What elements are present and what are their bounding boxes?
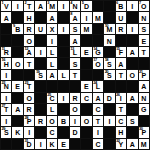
cell-letter: O <box>15 61 20 68</box>
clue-number: 12 <box>24 47 27 51</box>
block-cell-r10c12 <box>127 104 137 114</box>
cell-r12c3[interactable]: I <box>24 127 34 137</box>
cell-letter: T <box>96 118 100 125</box>
cell-letter: A <box>50 15 55 22</box>
block-cell-r8c6 <box>58 81 68 91</box>
cell-letter: T <box>119 72 123 79</box>
cell-letter: X <box>50 26 55 33</box>
cell-r10c11[interactable]: T <box>116 104 126 114</box>
cell-letter: S <box>73 26 78 33</box>
cell-r6c1[interactable]: 16H <box>1 58 11 68</box>
cell-r2c9[interactable]: M <box>93 12 103 22</box>
cell-r5c11[interactable]: 15F <box>116 47 126 57</box>
cell-letter: I <box>63 3 65 10</box>
cell-r9c8[interactable]: C <box>81 93 91 103</box>
clue-number: 14 <box>93 47 96 51</box>
cell-r13c13[interactable]: M <box>139 139 149 149</box>
block-cell-r2c12 <box>127 12 137 22</box>
cell-r11c7[interactable]: I <box>70 116 80 126</box>
cell-r11c6[interactable]: B <box>58 116 68 126</box>
cell-letter: I <box>120 95 122 102</box>
cell-letter: E <box>61 141 66 148</box>
cell-r7c1[interactable]: I <box>1 70 11 80</box>
cell-r1c4[interactable]: A <box>35 1 45 11</box>
block-cell-r8c12 <box>127 81 137 91</box>
cell-r8c13[interactable]: A <box>139 81 149 91</box>
cell-letter: T <box>27 61 31 68</box>
cell-r13c3[interactable]: 31D <box>24 139 34 149</box>
cell-letter: K <box>15 129 20 136</box>
cell-r7c10[interactable]: 20S <box>104 70 114 80</box>
clue-number: 9 <box>13 24 15 28</box>
cell-letter: A <box>130 95 135 102</box>
cell-r12c7[interactable]: D <box>70 127 80 137</box>
cell-r3c3[interactable]: R <box>24 24 34 34</box>
clue-number: 4 <box>70 1 72 5</box>
block-cell-r13c2 <box>12 139 22 149</box>
clue-number: 31 <box>24 139 27 143</box>
cell-r3c11[interactable]: R <box>116 24 126 34</box>
cell-letter: R <box>38 118 43 125</box>
cell-r10c3[interactable]: R <box>24 104 34 114</box>
cell-letter: U <box>118 15 123 22</box>
clue-number: 27 <box>2 104 5 108</box>
cell-r4c3[interactable]: O <box>24 35 34 45</box>
cell-r6c9[interactable]: 17O <box>93 58 103 68</box>
cell-letter: A <box>141 83 146 90</box>
block-cell-r2c6 <box>58 12 68 22</box>
cell-letter: I <box>40 49 42 56</box>
cell-r5c12[interactable]: A <box>127 47 137 57</box>
cell-letter: B <box>15 26 20 33</box>
block-cell-r13c8 <box>81 139 91 149</box>
cell-r6c3[interactable]: T <box>24 58 34 68</box>
cell-letter: R <box>27 26 32 33</box>
cell-letter: I <box>40 141 42 148</box>
cell-r4c10[interactable]: N <box>104 35 114 45</box>
cell-letter: I <box>17 3 19 10</box>
block-cell-r7c8 <box>81 70 91 80</box>
cell-letter: I <box>131 3 133 10</box>
cell-r10c5[interactable]: L <box>47 104 57 114</box>
cell-r10c13[interactable]: G <box>139 104 149 114</box>
cell-letter: B <box>61 118 66 125</box>
cell-letter: A <box>72 38 77 45</box>
block-cell-r4c9 <box>93 35 103 45</box>
clue-number: 11 <box>2 47 5 51</box>
cell-r11c11[interactable]: C <box>116 116 126 126</box>
block-cell-r12c12 <box>127 127 137 137</box>
block-cell-r3c1 <box>1 24 11 34</box>
clue-number: 29 <box>2 127 5 131</box>
cell-letter: A <box>50 72 55 79</box>
cell-letter: M <box>95 15 101 22</box>
cell-r1c11[interactable]: 6B <box>116 1 126 11</box>
cell-r11c3[interactable]: 28P <box>24 116 34 126</box>
clue-number: 17 <box>93 58 96 62</box>
cell-r3c7[interactable]: S <box>70 24 80 34</box>
block-cell-r12c6 <box>58 127 68 137</box>
cell-r5c7[interactable]: 13L <box>70 47 80 57</box>
clue-number: 28 <box>24 116 27 120</box>
cell-r9c10[interactable]: D <box>104 93 114 103</box>
block-cell-r10c8 <box>81 104 91 114</box>
cell-r13c12[interactable]: A <box>127 139 137 149</box>
cell-r1c7[interactable]: 4N <box>70 1 80 11</box>
cell-letter: A <box>15 106 20 113</box>
cell-r9c12[interactable]: A <box>127 93 137 103</box>
clue-number: 23 <box>24 81 27 85</box>
cell-letter: T <box>73 72 77 79</box>
clue-number: 7 <box>139 1 141 5</box>
cell-r7c13[interactable]: 21P <box>139 70 149 80</box>
block-cell-r12c8 <box>81 127 91 137</box>
cell-r10c2[interactable]: A <box>12 104 22 114</box>
cell-r3c12[interactable]: I <box>127 24 137 34</box>
block-cell-r8c10 <box>104 81 114 91</box>
cell-r4c13[interactable]: E <box>139 35 149 45</box>
cell-letter: A <box>130 49 135 56</box>
cell-r12c11[interactable]: H <box>116 127 126 137</box>
cell-letter: O <box>72 106 77 113</box>
cell-r6c5[interactable]: L <box>47 58 57 68</box>
cell-letter: N <box>141 15 146 22</box>
cell-letter: I <box>131 26 133 33</box>
clue-number: 15 <box>116 47 119 51</box>
block-cell-r5c6 <box>58 47 68 57</box>
clue-number: 6 <box>116 1 118 5</box>
cell-r2c7[interactable]: 8A <box>70 12 80 22</box>
cell-letter: L <box>50 61 54 68</box>
cell-r11c4[interactable]: R <box>35 116 45 126</box>
crossword-grid: 1VI2TA3MI4N5D6BI7OAHA8AIMUN9BRUXISM10MRI… <box>0 0 150 150</box>
cell-r10c9[interactable]: C <box>93 104 103 114</box>
cell-r3c4[interactable]: U <box>35 24 45 34</box>
cell-letter: O <box>26 95 31 102</box>
block-cell-r5c10 <box>104 47 114 57</box>
cell-r4c7[interactable]: A <box>70 35 80 45</box>
clue-number: 10 <box>105 24 108 28</box>
cell-r5c5[interactable]: L <box>47 47 57 57</box>
cell-letter: C <box>84 95 89 102</box>
cell-letter: D <box>107 95 112 102</box>
block-cell-r10c6 <box>58 104 68 114</box>
cell-r9c3[interactable]: O <box>24 93 34 103</box>
cell-r6c10[interactable]: 18S <box>104 58 114 68</box>
block-cell-r13c1 <box>1 139 11 149</box>
cell-r8c9[interactable]: 24L <box>93 81 103 91</box>
cell-r11c12[interactable]: S <box>127 116 137 126</box>
cell-letter: T <box>142 49 146 56</box>
cell-r2c8[interactable]: I <box>81 12 91 22</box>
cell-r2c3[interactable]: H <box>24 12 34 22</box>
cell-letter: E <box>15 83 20 90</box>
cell-r12c13[interactable]: 30P <box>139 127 149 137</box>
cell-r7c7[interactable]: T <box>70 70 80 80</box>
cell-letter: S <box>141 26 146 33</box>
cell-letter: I <box>51 38 53 45</box>
cell-r8c3[interactable]: 23T <box>24 81 34 91</box>
cell-r1c12[interactable]: I <box>127 1 137 11</box>
cell-letter: H <box>27 15 32 22</box>
block-cell-r5c2 <box>12 47 22 57</box>
cell-letter: I <box>63 26 65 33</box>
cell-letter: E <box>84 83 89 90</box>
clue-number: 1 <box>2 1 4 5</box>
cell-letter: D <box>84 3 89 10</box>
cell-letter: R <box>72 95 77 102</box>
block-cell-r2c4 <box>35 12 45 22</box>
cell-letter: O <box>26 38 31 45</box>
cell-letter: A <box>118 61 123 68</box>
cell-r1c5[interactable]: 3M <box>47 1 57 11</box>
cell-r7c5[interactable]: A <box>47 70 57 80</box>
cell-letter: C <box>95 141 100 148</box>
clue-number: 2 <box>24 1 26 5</box>
cell-letter: O <box>84 118 89 125</box>
block-cell-r8c7 <box>70 81 80 91</box>
cell-r1c1[interactable]: 1V <box>1 1 11 11</box>
block-cell-r11c13 <box>139 116 149 126</box>
clue-number: 20 <box>105 70 108 74</box>
cell-letter: C <box>118 118 123 125</box>
cell-r5c13[interactable]: T <box>139 47 149 57</box>
clue-number: 19 <box>36 70 39 74</box>
clue-number: 5 <box>82 1 84 5</box>
cell-r1c3[interactable]: 2T <box>24 1 34 11</box>
cell-letter: L <box>50 49 54 56</box>
cell-r3c8[interactable]: M <box>81 24 91 34</box>
cell-letter: I <box>74 118 76 125</box>
cell-r13c9[interactable]: C <box>93 139 103 149</box>
block-cell-r7c9 <box>93 70 103 80</box>
cell-r9c1[interactable]: I <box>1 93 11 103</box>
cell-r10c7[interactable]: O <box>70 104 80 114</box>
block-cell-r4c1 <box>1 35 11 45</box>
cell-r1c6[interactable]: I <box>58 1 68 11</box>
cell-letter: N <box>72 3 77 10</box>
cell-r3c5[interactable]: X <box>47 24 57 34</box>
cell-r3c2[interactable]: 9B <box>12 24 22 34</box>
cell-r8c8[interactable]: E <box>81 81 91 91</box>
cell-letter: B <box>118 3 123 10</box>
clue-number: 25 <box>47 93 50 97</box>
block-cell-r2c10 <box>104 12 114 22</box>
clue-number: 24 <box>93 81 96 85</box>
cell-letter: O <box>141 3 146 10</box>
cell-r12c2[interactable]: K <box>12 127 22 137</box>
cell-r7c6[interactable]: L <box>58 70 68 80</box>
cell-letter: R <box>118 26 123 33</box>
cell-letter: K <box>50 141 55 148</box>
cell-letter: S <box>130 118 135 125</box>
block-cell-r4c2 <box>12 35 22 45</box>
cell-letter: G <box>141 106 146 113</box>
clue-number: 21 <box>139 70 142 74</box>
cell-r5c4[interactable]: I <box>35 47 45 57</box>
cell-r11c9[interactable]: T <box>93 116 103 126</box>
cell-r5c3[interactable]: 12A <box>24 47 34 57</box>
cell-letter: I <box>5 95 7 102</box>
block-cell-r4c4 <box>35 35 45 45</box>
block-cell-r8c5 <box>47 81 57 91</box>
clue-number: 30 <box>139 127 142 131</box>
block-cell-r2c2 <box>12 12 22 22</box>
cell-letter: D <box>72 129 77 136</box>
cell-letter: I <box>5 72 7 79</box>
cell-letter: L <box>61 72 65 79</box>
cell-letter: U <box>38 26 43 33</box>
clue-number: 8 <box>70 12 72 16</box>
clue-number: 13 <box>70 47 73 51</box>
cell-letter: O <box>130 72 135 79</box>
cell-r3c10[interactable]: 10M <box>104 24 114 34</box>
cell-r9c7[interactable]: R <box>70 93 80 103</box>
cell-letter: C <box>50 129 55 136</box>
block-cell-r6c13 <box>139 58 149 68</box>
cell-r8c2[interactable]: E <box>12 81 22 91</box>
block-cell-r6c6 <box>58 58 68 68</box>
cell-r10c1[interactable]: 27T <box>1 104 11 114</box>
cell-r1c8[interactable]: 5D <box>81 1 91 11</box>
cell-letter: R <box>27 106 32 113</box>
cell-letter: E <box>84 49 89 56</box>
cell-letter: A <box>4 15 9 22</box>
cell-r3c13[interactable]: S <box>139 24 149 34</box>
cell-letter: T <box>119 106 123 113</box>
block-cell-r13c10 <box>104 139 114 149</box>
block-cell-r10c10 <box>104 104 114 114</box>
block-cell-r1c9 <box>93 1 103 11</box>
clue-number: 26 <box>116 93 119 97</box>
block-cell-r11c2 <box>12 116 22 126</box>
cell-r11c10[interactable]: I <box>104 116 114 126</box>
cell-r6c7[interactable]: S <box>70 58 80 68</box>
cell-r7c12[interactable]: O <box>127 70 137 80</box>
cell-letter: M <box>141 141 147 148</box>
block-cell-r9c4 <box>35 93 45 103</box>
cell-r1c13[interactable]: 7O <box>139 1 149 11</box>
cell-letter: M <box>84 26 90 33</box>
block-cell-r10c4 <box>35 104 45 114</box>
cell-r5c1[interactable]: 11R <box>1 47 11 57</box>
cell-letter: A <box>38 3 43 10</box>
cell-r9c6[interactable]: I <box>58 93 68 103</box>
block-cell-r8c11 <box>116 81 126 91</box>
block-cell-r4c6 <box>58 35 68 45</box>
cell-r11c5[interactable]: O <box>47 116 57 126</box>
block-cell-r1c10 <box>104 1 114 11</box>
cell-r2c5[interactable]: A <box>47 12 57 22</box>
block-cell-r7c2 <box>12 70 22 80</box>
block-cell-r4c8 <box>81 35 91 45</box>
block-cell-r8c4 <box>35 81 45 91</box>
cell-r13c4[interactable]: I <box>35 139 45 149</box>
cell-letter: O <box>49 118 54 125</box>
block-cell-r7c3 <box>24 70 34 80</box>
clue-number: 3 <box>47 1 49 5</box>
cell-r9c5[interactable]: 25C <box>47 93 57 103</box>
cell-r9c11[interactable]: 26I <box>116 93 126 103</box>
cell-letter: L <box>50 106 54 113</box>
block-cell-r12c4 <box>35 127 45 137</box>
clue-number: 16 <box>2 58 5 62</box>
cell-r11c1[interactable]: I <box>1 116 11 126</box>
cell-r13c5[interactable]: K <box>47 139 57 149</box>
cell-letter: I <box>97 129 99 136</box>
clue-number: 18 <box>105 58 108 62</box>
block-cell-r13c7 <box>70 139 80 149</box>
cell-r2c1[interactable]: A <box>1 12 11 22</box>
cell-r11c8[interactable]: O <box>81 116 91 126</box>
cell-letter: C <box>95 106 100 113</box>
cell-r7c4[interactable]: 19S <box>35 70 45 80</box>
cell-letter: I <box>63 95 65 102</box>
block-cell-r9c2 <box>12 93 22 103</box>
cell-r1c2[interactable]: I <box>12 1 22 11</box>
cell-r7c11[interactable]: T <box>116 70 126 80</box>
cell-r2c11[interactable]: U <box>116 12 126 22</box>
cell-r12c9[interactable]: I <box>93 127 103 137</box>
cell-r2c13[interactable]: N <box>139 12 149 22</box>
cell-r13c11[interactable]: 32Y <box>116 139 126 149</box>
cell-r5c9[interactable]: 14G <box>93 47 103 57</box>
cell-r12c5[interactable]: C <box>47 127 57 137</box>
cell-letter: M <box>49 3 55 10</box>
block-cell-r4c12 <box>127 35 137 45</box>
cell-r9c9[interactable]: A <box>93 93 103 103</box>
clue-number: 22 <box>2 81 5 85</box>
cell-r6c11[interactable]: A <box>116 58 126 68</box>
cell-r8c1[interactable]: 22N <box>1 81 11 91</box>
clue-number: 32 <box>116 139 119 143</box>
cell-letter: T <box>27 3 31 10</box>
block-cell-r6c8 <box>81 58 91 68</box>
block-cell-r12c10 <box>104 127 114 137</box>
cell-letter: I <box>108 118 110 125</box>
cell-letter: I <box>85 15 87 22</box>
cell-r4c5[interactable]: I <box>47 35 57 45</box>
cell-letter: A <box>130 141 135 148</box>
block-cell-r6c4 <box>35 58 45 68</box>
cell-letter: I <box>28 129 30 136</box>
cell-r6c2[interactable]: O <box>12 58 22 68</box>
cell-letter: I <box>5 118 7 125</box>
cell-letter: A <box>72 15 77 22</box>
cell-letter: S <box>73 61 78 68</box>
cell-r3c6[interactable]: I <box>58 24 68 34</box>
cell-letter: A <box>95 95 100 102</box>
block-cell-r3c9 <box>93 24 103 34</box>
cell-letter: V <box>4 3 9 10</box>
cell-r5c8[interactable]: E <box>81 47 91 57</box>
cell-r12c1[interactable]: 29S <box>1 127 11 137</box>
cell-letter: N <box>107 38 112 45</box>
cell-r13c6[interactable]: E <box>58 139 68 149</box>
block-cell-r6c12 <box>127 58 137 68</box>
cell-letter: N <box>141 95 146 102</box>
block-cell-r4c11 <box>116 35 126 45</box>
cell-letter: H <box>118 129 123 136</box>
cell-r9c13[interactable]: N <box>139 93 149 103</box>
cell-letter: E <box>141 38 146 45</box>
